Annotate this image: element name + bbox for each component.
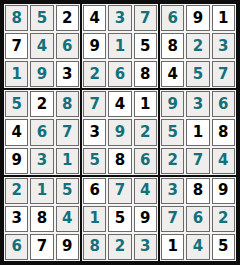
cell-r5c2[interactable]: 6 (30, 119, 53, 145)
cell-r5c3[interactable]: 7 (56, 119, 79, 145)
cell-r7c7[interactable]: 3 (161, 178, 184, 204)
cell-r1c1[interactable]: 8 (5, 5, 28, 31)
cell-r2c5[interactable]: 1 (108, 33, 131, 59)
cell-r6c1[interactable]: 9 (5, 148, 28, 174)
cell-r2c7[interactable]: 8 (161, 33, 184, 59)
cell-r2c9[interactable]: 3 (212, 33, 235, 59)
cell-r2c1[interactable]: 7 (5, 33, 28, 59)
cell-r9c6[interactable]: 3 (134, 234, 157, 260)
cell-r8c1[interactable]: 3 (5, 206, 28, 232)
cell-r8c8[interactable]: 6 (186, 206, 209, 232)
cell-r7c4[interactable]: 6 (83, 178, 106, 204)
sudoku-box-8: 674159823 (81, 176, 159, 262)
cell-r2c6[interactable]: 5 (134, 33, 157, 59)
cell-r9c1[interactable]: 6 (5, 234, 28, 260)
cell-r9c9[interactable]: 5 (212, 234, 235, 260)
cell-r4c8[interactable]: 3 (186, 91, 209, 117)
cell-r3c9[interactable]: 7 (212, 61, 235, 87)
cell-r5c9[interactable]: 8 (212, 119, 235, 145)
cell-r7c6[interactable]: 4 (134, 178, 157, 204)
cell-r6c3[interactable]: 1 (56, 148, 79, 174)
sudoku-box-7: 215384679 (3, 176, 81, 262)
cell-r6c2[interactable]: 3 (30, 148, 53, 174)
cell-r3c7[interactable]: 4 (161, 61, 184, 87)
cell-r6c5[interactable]: 8 (108, 148, 131, 174)
cell-r8c6[interactable]: 9 (134, 206, 157, 232)
cell-r1c6[interactable]: 7 (134, 5, 157, 31)
cell-r2c8[interactable]: 2 (186, 33, 209, 59)
sudoku-box-5: 741392586 (81, 89, 159, 175)
cell-r3c1[interactable]: 1 (5, 61, 28, 87)
cell-r6c9[interactable]: 4 (212, 148, 235, 174)
cell-r8c5[interactable]: 5 (108, 206, 131, 232)
cell-r7c1[interactable]: 2 (5, 178, 28, 204)
cell-r7c8[interactable]: 8 (186, 178, 209, 204)
sudoku-box-1: 852746193 (3, 3, 81, 89)
cell-r1c9[interactable]: 1 (212, 5, 235, 31)
cell-r2c2[interactable]: 4 (30, 33, 53, 59)
sudoku-box-9: 389762145 (159, 176, 237, 262)
cell-r1c2[interactable]: 5 (30, 5, 53, 31)
cell-r9c3[interactable]: 9 (56, 234, 79, 260)
cell-r5c7[interactable]: 5 (161, 119, 184, 145)
cell-r4c5[interactable]: 4 (108, 91, 131, 117)
cell-r1c7[interactable]: 6 (161, 5, 184, 31)
cell-r4c9[interactable]: 6 (212, 91, 235, 117)
cell-r9c7[interactable]: 1 (161, 234, 184, 260)
cell-r3c4[interactable]: 2 (83, 61, 106, 87)
cell-r7c2[interactable]: 1 (30, 178, 53, 204)
cell-r8c2[interactable]: 8 (30, 206, 53, 232)
cell-r4c2[interactable]: 2 (30, 91, 53, 117)
sudoku-box-4: 528467931 (3, 89, 81, 175)
cell-r6c6[interactable]: 6 (134, 148, 157, 174)
cell-r5c4[interactable]: 3 (83, 119, 106, 145)
cell-r7c3[interactable]: 5 (56, 178, 79, 204)
cell-r4c6[interactable]: 1 (134, 91, 157, 117)
cell-r3c5[interactable]: 6 (108, 61, 131, 87)
cell-r8c3[interactable]: 4 (56, 206, 79, 232)
cell-r4c3[interactable]: 8 (56, 91, 79, 117)
cell-r5c8[interactable]: 1 (186, 119, 209, 145)
cell-r9c4[interactable]: 8 (83, 234, 106, 260)
cell-r3c3[interactable]: 3 (56, 61, 79, 87)
sudoku-board: 8527461934379152686918234575284679317413… (0, 0, 240, 265)
cell-r8c9[interactable]: 2 (212, 206, 235, 232)
cell-r1c8[interactable]: 9 (186, 5, 209, 31)
cell-r9c8[interactable]: 4 (186, 234, 209, 260)
cell-r7c9[interactable]: 9 (212, 178, 235, 204)
cell-r5c1[interactable]: 4 (5, 119, 28, 145)
cell-r5c6[interactable]: 2 (134, 119, 157, 145)
cell-r4c4[interactable]: 7 (83, 91, 106, 117)
cell-r9c2[interactable]: 7 (30, 234, 53, 260)
sudoku-box-3: 691823457 (159, 3, 237, 89)
cell-r8c4[interactable]: 1 (83, 206, 106, 232)
cell-r6c4[interactable]: 5 (83, 148, 106, 174)
cell-r1c4[interactable]: 4 (83, 5, 106, 31)
cell-r3c8[interactable]: 5 (186, 61, 209, 87)
cell-r5c5[interactable]: 9 (108, 119, 131, 145)
cell-r7c5[interactable]: 7 (108, 178, 131, 204)
sudoku-box-6: 936518274 (159, 89, 237, 175)
cell-r1c3[interactable]: 2 (56, 5, 79, 31)
cell-r4c7[interactable]: 9 (161, 91, 184, 117)
cell-r1c5[interactable]: 3 (108, 5, 131, 31)
sudoku-box-2: 437915268 (81, 3, 159, 89)
cell-r9c5[interactable]: 2 (108, 234, 131, 260)
cell-r6c8[interactable]: 7 (186, 148, 209, 174)
cell-r2c3[interactable]: 6 (56, 33, 79, 59)
cell-r3c2[interactable]: 9 (30, 61, 53, 87)
cell-r6c7[interactable]: 2 (161, 148, 184, 174)
cell-r8c7[interactable]: 7 (161, 206, 184, 232)
cell-r3c6[interactable]: 8 (134, 61, 157, 87)
cell-r4c1[interactable]: 5 (5, 91, 28, 117)
cell-r2c4[interactable]: 9 (83, 33, 106, 59)
